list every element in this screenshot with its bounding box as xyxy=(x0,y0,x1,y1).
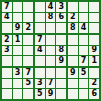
cell-r2c7[interactable]: 2 xyxy=(68,13,78,23)
sudoku-box-1-0: 213 xyxy=(2,35,33,66)
cell-r1c3[interactable] xyxy=(23,2,33,12)
cell-r9c5[interactable]: 9 xyxy=(46,89,56,99)
cell-r1c1[interactable]: 7 xyxy=(2,2,12,12)
cell-r9c7[interactable] xyxy=(68,89,78,99)
cell-r4c2[interactable]: 1 xyxy=(13,35,23,45)
cell-r7c1[interactable] xyxy=(2,68,12,78)
sudoku-box-0-1: 4386 xyxy=(35,2,66,33)
cell-r3c6[interactable] xyxy=(56,23,66,33)
cell-r7c8[interactable]: 5 xyxy=(79,68,89,78)
cell-r5c4[interactable]: 4 xyxy=(35,46,45,56)
sudoku-box-2-0: 375 xyxy=(2,68,33,99)
cell-r7c4[interactable] xyxy=(35,68,45,78)
cell-r1c2[interactable] xyxy=(13,2,23,12)
cell-r5c3[interactable] xyxy=(23,46,33,56)
cell-r2c6[interactable]: 6 xyxy=(56,13,66,23)
cell-r8c5[interactable]: 7 xyxy=(46,79,56,89)
cell-r8c8[interactable] xyxy=(79,79,89,89)
cell-r1c8[interactable] xyxy=(79,2,89,12)
cell-r8c7[interactable] xyxy=(68,79,78,89)
cell-r1c4[interactable] xyxy=(35,2,45,12)
cell-r9c6[interactable] xyxy=(56,89,66,99)
sudoku-box-2-2: 9526 xyxy=(68,68,99,99)
cell-r7c6[interactable] xyxy=(56,68,66,78)
cell-r2c9[interactable] xyxy=(89,13,99,23)
cell-r7c3[interactable]: 7 xyxy=(23,68,33,78)
cell-r3c3[interactable]: 2 xyxy=(23,23,33,33)
cell-r3c4[interactable] xyxy=(35,23,45,33)
cell-r4c8[interactable] xyxy=(79,35,89,45)
cell-r6c4[interactable] xyxy=(35,56,45,66)
cell-r8c1[interactable] xyxy=(2,79,12,89)
cell-r6c6[interactable]: 9 xyxy=(56,56,66,66)
cell-r1c5[interactable]: 4 xyxy=(46,2,56,12)
cell-r6c7[interactable] xyxy=(68,56,78,66)
cell-r8c6[interactable] xyxy=(56,79,66,89)
cell-r4c9[interactable] xyxy=(89,35,99,45)
cell-r1c7[interactable] xyxy=(68,2,78,12)
cell-r7c7[interactable]: 9 xyxy=(68,68,78,78)
cell-r2c1[interactable]: 4 xyxy=(2,13,12,23)
cell-r3c9[interactable] xyxy=(89,23,99,33)
cell-r8c2[interactable] xyxy=(13,79,23,89)
cell-r4c4[interactable]: 7 xyxy=(35,35,45,45)
cell-r8c9[interactable]: 2 xyxy=(89,79,99,89)
cell-r7c2[interactable]: 3 xyxy=(13,68,23,78)
cell-r5c7[interactable] xyxy=(68,46,78,56)
cell-r3c1[interactable] xyxy=(2,23,12,33)
sudoku-box-1-2: 971 xyxy=(68,35,99,66)
cell-r6c2[interactable] xyxy=(13,56,23,66)
cell-r3c8[interactable]: 4 xyxy=(79,23,89,33)
cell-r4c5[interactable] xyxy=(46,35,56,45)
cell-r2c8[interactable] xyxy=(79,13,89,23)
cell-r3c7[interactable]: 8 xyxy=(68,23,78,33)
cell-r9c8[interactable] xyxy=(79,89,89,99)
cell-r9c3[interactable] xyxy=(23,89,33,99)
cell-r6c1[interactable] xyxy=(2,56,12,66)
cell-r1c9[interactable] xyxy=(89,2,99,12)
cell-r6c8[interactable]: 7 xyxy=(79,56,89,66)
cell-r6c9[interactable]: 1 xyxy=(89,56,99,66)
sudoku-box-1-1: 7489 xyxy=(35,35,66,66)
cell-r9c2[interactable] xyxy=(13,89,23,99)
cell-r4c7[interactable] xyxy=(68,35,78,45)
cell-r7c5[interactable] xyxy=(46,68,56,78)
cell-r5c9[interactable]: 9 xyxy=(89,46,99,56)
cell-r9c4[interactable]: 5 xyxy=(35,89,45,99)
cell-r8c3[interactable]: 5 xyxy=(23,79,33,89)
cell-r9c9[interactable]: 6 xyxy=(89,89,99,99)
sudoku-box-2-1: 3759 xyxy=(35,68,66,99)
cell-r5c2[interactable] xyxy=(13,46,23,56)
cell-r5c6[interactable]: 8 xyxy=(56,46,66,56)
cell-r9c1[interactable] xyxy=(2,89,12,99)
sudoku-box-0-0: 7492 xyxy=(2,2,33,33)
sudoku-board: 74924386284213748997137537599526 xyxy=(0,0,101,101)
cell-r5c5[interactable] xyxy=(46,46,56,56)
cell-r4c3[interactable] xyxy=(23,35,33,45)
cell-r8c4[interactable]: 3 xyxy=(35,79,45,89)
cell-r6c5[interactable] xyxy=(46,56,56,66)
cell-r2c5[interactable]: 8 xyxy=(46,13,56,23)
cell-r3c5[interactable] xyxy=(46,23,56,33)
cell-r7c9[interactable] xyxy=(89,68,99,78)
cell-r4c6[interactable] xyxy=(56,35,66,45)
cell-r2c4[interactable] xyxy=(35,13,45,23)
cell-r6c3[interactable] xyxy=(23,56,33,66)
cell-r2c3[interactable] xyxy=(23,13,33,23)
cell-r2c2[interactable] xyxy=(13,13,23,23)
sudoku-box-0-2: 284 xyxy=(68,2,99,33)
cell-r1c6[interactable]: 3 xyxy=(56,2,66,12)
cell-r3c2[interactable]: 9 xyxy=(13,23,23,33)
cell-r5c1[interactable]: 3 xyxy=(2,46,12,56)
cell-r4c1[interactable]: 2 xyxy=(2,35,12,45)
cell-r5c8[interactable] xyxy=(79,46,89,56)
